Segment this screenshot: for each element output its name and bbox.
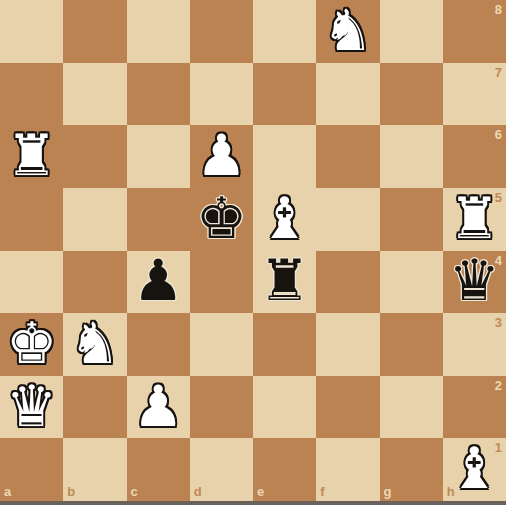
square-g7[interactable]	[380, 63, 443, 126]
square-e4[interactable]: ♜	[253, 251, 316, 314]
square-c1[interactable]: c	[127, 438, 190, 501]
square-d3[interactable]	[190, 313, 253, 376]
piece-white-rook-h5[interactable]: ♜	[449, 190, 500, 247]
rank-label-2: 2	[495, 379, 502, 392]
square-f6[interactable]	[316, 125, 379, 188]
file-label-b: b	[67, 485, 75, 498]
chess-board-window: ♞87♜♟6♚♝5♜♟♜4♛♚♞3♛♟2abcdefg1h♝	[0, 0, 506, 505]
square-f2[interactable]	[316, 376, 379, 439]
piece-white-bishop-e5[interactable]: ♝	[259, 190, 310, 247]
square-d2[interactable]	[190, 376, 253, 439]
square-b7[interactable]	[63, 63, 126, 126]
square-h4[interactable]: 4♛	[443, 251, 506, 314]
square-h7[interactable]: 7	[443, 63, 506, 126]
square-e5[interactable]: ♝	[253, 188, 316, 251]
square-b1[interactable]: b	[63, 438, 126, 501]
piece-black-king-d5[interactable]: ♚	[196, 190, 247, 247]
square-b8[interactable]	[63, 0, 126, 63]
file-label-e: e	[257, 485, 264, 498]
square-a1[interactable]: a	[0, 438, 63, 501]
square-f1[interactable]: f	[316, 438, 379, 501]
piece-black-queen-h4[interactable]: ♛	[449, 252, 500, 309]
square-h1[interactable]: 1h♝	[443, 438, 506, 501]
square-h2[interactable]: 2	[443, 376, 506, 439]
piece-white-king-a3[interactable]: ♚	[6, 315, 57, 372]
square-e6[interactable]	[253, 125, 316, 188]
square-g8[interactable]	[380, 0, 443, 63]
square-a6[interactable]: ♜	[0, 125, 63, 188]
square-e1[interactable]: e	[253, 438, 316, 501]
square-b5[interactable]	[63, 188, 126, 251]
square-e8[interactable]	[253, 0, 316, 63]
file-label-d: d	[194, 485, 202, 498]
square-f3[interactable]	[316, 313, 379, 376]
piece-white-knight-f8[interactable]: ♞	[322, 2, 373, 59]
square-e7[interactable]	[253, 63, 316, 126]
square-b2[interactable]	[63, 376, 126, 439]
piece-white-pawn-c2[interactable]: ♟	[133, 378, 184, 435]
square-c7[interactable]	[127, 63, 190, 126]
square-b6[interactable]	[63, 125, 126, 188]
square-f4[interactable]	[316, 251, 379, 314]
square-d4[interactable]	[190, 251, 253, 314]
square-g6[interactable]	[380, 125, 443, 188]
square-b3[interactable]: ♞	[63, 313, 126, 376]
board-bottom-edge	[0, 501, 506, 505]
file-label-f: f	[320, 485, 324, 498]
square-d5[interactable]: ♚	[190, 188, 253, 251]
square-d1[interactable]: d	[190, 438, 253, 501]
piece-black-rook-e4[interactable]: ♜	[259, 252, 310, 309]
square-c6[interactable]	[127, 125, 190, 188]
square-b4[interactable]	[63, 251, 126, 314]
file-label-a: a	[4, 485, 11, 498]
square-g1[interactable]: g	[380, 438, 443, 501]
file-label-c: c	[131, 485, 138, 498]
square-c5[interactable]	[127, 188, 190, 251]
square-c4[interactable]: ♟	[127, 251, 190, 314]
square-e2[interactable]	[253, 376, 316, 439]
square-e3[interactable]	[253, 313, 316, 376]
piece-white-queen-a2[interactable]: ♛	[6, 378, 57, 435]
square-g3[interactable]	[380, 313, 443, 376]
rank-label-3: 3	[495, 316, 502, 329]
rank-label-7: 7	[495, 66, 502, 79]
rank-label-8: 8	[495, 3, 502, 16]
square-c3[interactable]	[127, 313, 190, 376]
square-c2[interactable]: ♟	[127, 376, 190, 439]
square-g5[interactable]	[380, 188, 443, 251]
square-a5[interactable]	[0, 188, 63, 251]
chess-board: ♞87♜♟6♚♝5♜♟♜4♛♚♞3♛♟2abcdefg1h♝	[0, 0, 506, 501]
piece-white-bishop-h1[interactable]: ♝	[449, 440, 500, 497]
square-f7[interactable]	[316, 63, 379, 126]
square-a7[interactable]	[0, 63, 63, 126]
square-a8[interactable]	[0, 0, 63, 63]
square-f8[interactable]: ♞	[316, 0, 379, 63]
square-d7[interactable]	[190, 63, 253, 126]
piece-white-knight-b3[interactable]: ♞	[69, 315, 120, 372]
square-g4[interactable]	[380, 251, 443, 314]
square-f5[interactable]	[316, 188, 379, 251]
square-d6[interactable]: ♟	[190, 125, 253, 188]
piece-white-rook-a6[interactable]: ♜	[6, 127, 57, 184]
square-h6[interactable]: 6	[443, 125, 506, 188]
square-a4[interactable]	[0, 251, 63, 314]
piece-black-pawn-c4[interactable]: ♟	[133, 252, 184, 309]
piece-white-pawn-d6[interactable]: ♟	[196, 127, 247, 184]
square-c8[interactable]	[127, 0, 190, 63]
square-a2[interactable]: ♛	[0, 376, 63, 439]
square-h5[interactable]: 5♜	[443, 188, 506, 251]
square-a3[interactable]: ♚	[0, 313, 63, 376]
square-h3[interactable]: 3	[443, 313, 506, 376]
rank-label-6: 6	[495, 128, 502, 141]
square-g2[interactable]	[380, 376, 443, 439]
square-d8[interactable]	[190, 0, 253, 63]
file-label-g: g	[384, 485, 392, 498]
square-h8[interactable]: 8	[443, 0, 506, 63]
